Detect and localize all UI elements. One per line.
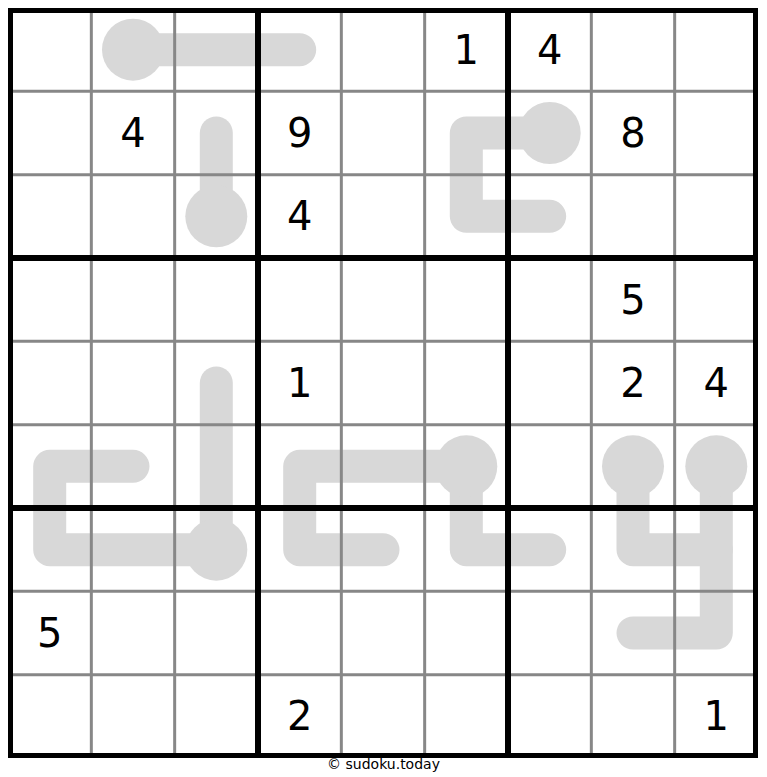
cell-r6c3[interactable] bbox=[175, 425, 258, 508]
cell-r8c5[interactable] bbox=[341, 591, 424, 674]
cell-r8c7[interactable] bbox=[508, 591, 591, 674]
cell-r7c9[interactable] bbox=[675, 508, 758, 591]
cell-r7c7[interactable] bbox=[508, 508, 591, 591]
cell-r5c9[interactable]: 4 bbox=[675, 341, 758, 424]
cell-r4c2[interactable] bbox=[91, 258, 174, 341]
cell-r3c7[interactable] bbox=[508, 175, 591, 258]
cell-r1c8[interactable] bbox=[591, 8, 674, 91]
cell-r3c9[interactable] bbox=[675, 175, 758, 258]
cell-r1c4[interactable] bbox=[258, 8, 341, 91]
cell-r1c1[interactable] bbox=[8, 8, 91, 91]
cell-r3c3[interactable] bbox=[175, 175, 258, 258]
cell-r2c3[interactable] bbox=[175, 91, 258, 174]
cell-r6c1[interactable] bbox=[8, 425, 91, 508]
cell-r2c1[interactable] bbox=[8, 91, 91, 174]
cell-r4c1[interactable] bbox=[8, 258, 91, 341]
cell-r6c2[interactable] bbox=[91, 425, 174, 508]
cell-r9c8[interactable] bbox=[591, 675, 674, 758]
cell-r8c6[interactable] bbox=[425, 591, 508, 674]
cell-r6c7[interactable] bbox=[508, 425, 591, 508]
cell-r2c4[interactable]: 9 bbox=[258, 91, 341, 174]
sudoku-grid: 1449845124521 bbox=[8, 8, 758, 758]
cell-r8c3[interactable] bbox=[175, 591, 258, 674]
cell-r4c3[interactable] bbox=[175, 258, 258, 341]
cell-r5c4[interactable]: 1 bbox=[258, 341, 341, 424]
cell-r8c2[interactable] bbox=[91, 591, 174, 674]
cell-r3c6[interactable] bbox=[425, 175, 508, 258]
cell-r7c6[interactable] bbox=[425, 508, 508, 591]
cell-r3c1[interactable] bbox=[8, 175, 91, 258]
cell-r5c6[interactable] bbox=[425, 341, 508, 424]
cell-r2c9[interactable] bbox=[675, 91, 758, 174]
cell-r8c1[interactable]: 5 bbox=[8, 591, 91, 674]
cell-r2c5[interactable] bbox=[341, 91, 424, 174]
cell-r1c6[interactable]: 1 bbox=[425, 8, 508, 91]
cell-r5c2[interactable] bbox=[91, 341, 174, 424]
cell-r3c8[interactable] bbox=[591, 175, 674, 258]
site-credit: © sudoku.today bbox=[0, 756, 767, 776]
cell-r2c2[interactable]: 4 bbox=[91, 91, 174, 174]
cell-r4c8[interactable]: 5 bbox=[591, 258, 674, 341]
cell-r6c6[interactable] bbox=[425, 425, 508, 508]
cell-r7c1[interactable] bbox=[8, 508, 91, 591]
cell-r9c7[interactable] bbox=[508, 675, 591, 758]
cell-r4c6[interactable] bbox=[425, 258, 508, 341]
cell-r5c3[interactable] bbox=[175, 341, 258, 424]
cell-r7c4[interactable] bbox=[258, 508, 341, 591]
cell-r2c6[interactable] bbox=[425, 91, 508, 174]
cell-r4c7[interactable] bbox=[508, 258, 591, 341]
cell-r9c6[interactable] bbox=[425, 675, 508, 758]
cell-r9c5[interactable] bbox=[341, 675, 424, 758]
cell-r9c4[interactable]: 2 bbox=[258, 675, 341, 758]
cell-r8c9[interactable] bbox=[675, 591, 758, 674]
cell-r1c7[interactable]: 4 bbox=[508, 8, 591, 91]
cell-r3c2[interactable] bbox=[91, 175, 174, 258]
cell-r3c4[interactable]: 4 bbox=[258, 175, 341, 258]
cell-r8c8[interactable] bbox=[591, 591, 674, 674]
cell-r7c5[interactable] bbox=[341, 508, 424, 591]
cell-r9c1[interactable] bbox=[8, 675, 91, 758]
cell-r7c3[interactable] bbox=[175, 508, 258, 591]
cell-r6c8[interactable] bbox=[591, 425, 674, 508]
cell-r4c9[interactable] bbox=[675, 258, 758, 341]
cell-r4c5[interactable] bbox=[341, 258, 424, 341]
cell-r5c7[interactable] bbox=[508, 341, 591, 424]
cell-r7c2[interactable] bbox=[91, 508, 174, 591]
cell-r1c5[interactable] bbox=[341, 8, 424, 91]
cell-r5c1[interactable] bbox=[8, 341, 91, 424]
cell-r1c3[interactable] bbox=[175, 8, 258, 91]
cell-r3c5[interactable] bbox=[341, 175, 424, 258]
cell-r5c8[interactable]: 2 bbox=[591, 341, 674, 424]
cell-r5c5[interactable] bbox=[341, 341, 424, 424]
sudoku-board: 1449845124521 bbox=[8, 8, 758, 758]
cell-r1c2[interactable] bbox=[91, 8, 174, 91]
cell-r9c2[interactable] bbox=[91, 675, 174, 758]
cell-r1c9[interactable] bbox=[675, 8, 758, 91]
cell-r2c7[interactable] bbox=[508, 91, 591, 174]
cell-r6c9[interactable] bbox=[675, 425, 758, 508]
cell-r4c4[interactable] bbox=[258, 258, 341, 341]
cell-r2c8[interactable]: 8 bbox=[591, 91, 674, 174]
cell-r9c9[interactable]: 1 bbox=[675, 675, 758, 758]
cell-r9c3[interactable] bbox=[175, 675, 258, 758]
cell-r8c4[interactable] bbox=[258, 591, 341, 674]
cell-r7c8[interactable] bbox=[591, 508, 674, 591]
cell-r6c5[interactable] bbox=[341, 425, 424, 508]
cell-r6c4[interactable] bbox=[258, 425, 341, 508]
